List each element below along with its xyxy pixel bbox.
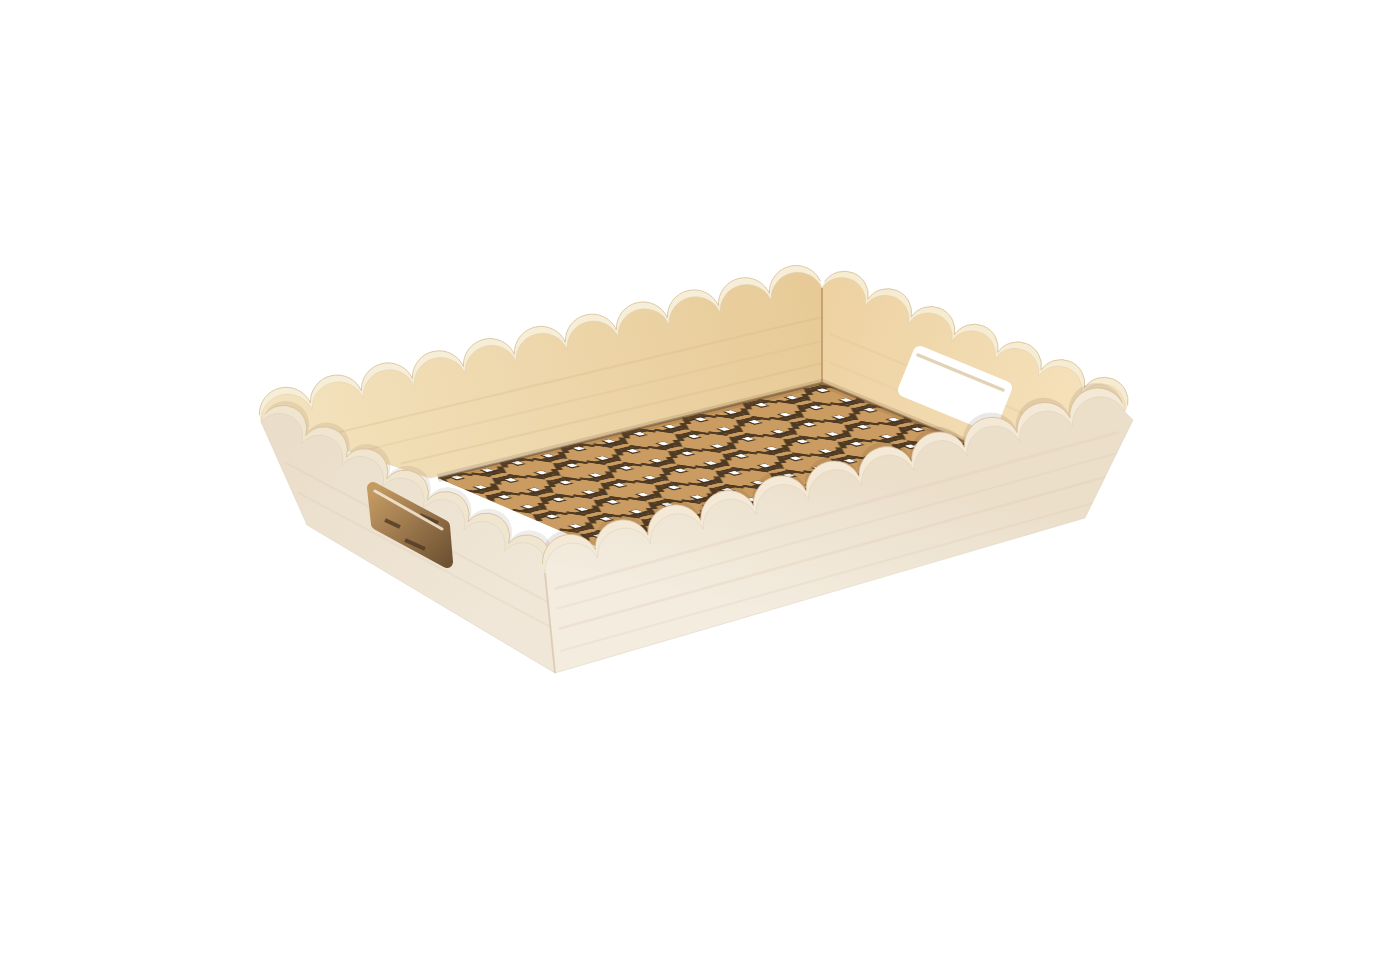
tray-photo: [0, 0, 1400, 960]
product-photo: [0, 0, 1400, 960]
